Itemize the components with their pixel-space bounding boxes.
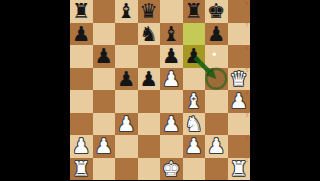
square-g3[interactable]	[205, 113, 228, 136]
black-pawn[interactable]: ♟	[183, 45, 206, 68]
square-f5[interactable]	[183, 68, 206, 91]
square-d6[interactable]	[138, 45, 161, 68]
square-g7[interactable]: ♟	[205, 23, 228, 46]
square-e2[interactable]	[160, 135, 183, 158]
square-a4[interactable]	[70, 90, 93, 113]
black-pawn[interactable]: ♟	[138, 68, 161, 91]
rank-coordinate-4: 4	[245, 91, 248, 96]
white-pawn[interactable]: ♟	[93, 135, 116, 158]
square-c6[interactable]	[115, 45, 138, 68]
square-b5[interactable]	[93, 68, 116, 91]
square-h4[interactable]: ♟4	[228, 90, 251, 113]
white-pawn[interactable]: ♟	[160, 113, 183, 136]
rank-coordinate-8: 8	[245, 1, 248, 6]
square-d4[interactable]	[138, 90, 161, 113]
black-pawn[interactable]: ♟	[93, 45, 116, 68]
rank-coordinate-7: 7	[245, 23, 248, 28]
square-e8[interactable]	[160, 0, 183, 23]
square-b6[interactable]: ♟	[93, 45, 116, 68]
square-f7[interactable]	[183, 23, 206, 46]
black-bishop[interactable]: ♝	[115, 0, 138, 23]
rank-coordinate-6: 6	[245, 46, 248, 51]
square-d3[interactable]	[138, 113, 161, 136]
black-bishop[interactable]: ♝	[160, 23, 183, 46]
white-king[interactable]: ♚	[160, 158, 183, 181]
black-queen[interactable]: ♛	[138, 0, 161, 23]
square-b7[interactable]	[93, 23, 116, 46]
black-rook[interactable]: ♜	[70, 0, 93, 23]
square-h5[interactable]: ♛5	[228, 68, 251, 91]
square-a1[interactable]: ♜	[70, 158, 93, 181]
square-e4[interactable]	[160, 90, 183, 113]
black-pawn[interactable]: ♟	[70, 23, 93, 46]
square-h7[interactable]: 7	[228, 23, 251, 46]
square-e6[interactable]: ♟	[160, 45, 183, 68]
chess-board: ♜♝♛♜♚8♟♞♝♟7♟♟♟6♟♟♟♛5♝♟4♟♟♞3♟♟♟♟2♜♚♜1	[70, 0, 250, 180]
square-e5[interactable]: ♟	[160, 68, 183, 91]
rank-coordinate-2: 2	[245, 136, 248, 141]
square-g8[interactable]: ♚	[205, 0, 228, 23]
black-king[interactable]: ♚	[205, 0, 228, 23]
square-b3[interactable]	[93, 113, 116, 136]
white-knight[interactable]: ♞	[183, 113, 206, 136]
square-f2[interactable]: ♟	[183, 135, 206, 158]
square-g6[interactable]	[205, 45, 228, 68]
square-c2[interactable]	[115, 135, 138, 158]
last-move-highlight-f7	[183, 23, 206, 46]
white-rook[interactable]: ♜	[70, 158, 93, 181]
square-g1[interactable]	[205, 158, 228, 181]
white-pawn[interactable]: ♟	[115, 113, 138, 136]
square-g2[interactable]: ♟	[205, 135, 228, 158]
square-a7[interactable]: ♟	[70, 23, 93, 46]
square-g4[interactable]	[205, 90, 228, 113]
white-pawn[interactable]: ♟	[70, 135, 93, 158]
rank-coordinate-1: 1	[245, 158, 248, 163]
square-h2[interactable]: 2	[228, 135, 251, 158]
square-f8[interactable]: ♜	[183, 0, 206, 23]
square-f6[interactable]: ♟	[183, 45, 206, 68]
square-h3[interactable]: 3	[228, 113, 251, 136]
square-c8[interactable]: ♝	[115, 0, 138, 23]
square-a8[interactable]: ♜	[70, 0, 93, 23]
square-c4[interactable]	[115, 90, 138, 113]
square-f1[interactable]	[183, 158, 206, 181]
square-b4[interactable]	[93, 90, 116, 113]
square-f3[interactable]: ♞	[183, 113, 206, 136]
black-knight[interactable]: ♞	[138, 23, 161, 46]
square-c1[interactable]	[115, 158, 138, 181]
square-h6[interactable]: 6	[228, 45, 251, 68]
square-b2[interactable]: ♟	[93, 135, 116, 158]
square-d2[interactable]	[138, 135, 161, 158]
square-c5[interactable]: ♟	[115, 68, 138, 91]
square-c7[interactable]	[115, 23, 138, 46]
square-a5[interactable]	[70, 68, 93, 91]
square-d5[interactable]: ♟	[138, 68, 161, 91]
square-g5[interactable]	[205, 68, 228, 91]
square-e7[interactable]: ♝	[160, 23, 183, 46]
black-pawn[interactable]: ♟	[115, 68, 138, 91]
square-b8[interactable]	[93, 0, 116, 23]
square-b1[interactable]	[93, 158, 116, 181]
square-h8[interactable]: 8	[228, 0, 251, 23]
rank-coordinate-5: 5	[245, 68, 248, 73]
square-d1[interactable]	[138, 158, 161, 181]
square-d8[interactable]: ♛	[138, 0, 161, 23]
black-rook[interactable]: ♜	[183, 0, 206, 23]
black-pawn[interactable]: ♟	[160, 45, 183, 68]
square-e1[interactable]: ♚	[160, 158, 183, 181]
black-pawn[interactable]: ♟	[205, 23, 228, 46]
white-bishop[interactable]: ♝	[183, 90, 206, 113]
square-d7[interactable]: ♞	[138, 23, 161, 46]
white-pawn[interactable]: ♟	[160, 68, 183, 91]
white-pawn[interactable]: ♟	[205, 135, 228, 158]
square-a3[interactable]	[70, 113, 93, 136]
square-f4[interactable]: ♝	[183, 90, 206, 113]
white-pawn[interactable]: ♟	[183, 135, 206, 158]
letterbox-stage: ♜♝♛♜♚8♟♞♝♟7♟♟♟6♟♟♟♛5♝♟4♟♟♞3♟♟♟♟2♜♚♜1	[0, 0, 320, 180]
square-a6[interactable]	[70, 45, 93, 68]
square-c3[interactable]: ♟	[115, 113, 138, 136]
square-a2[interactable]: ♟	[70, 135, 93, 158]
square-e3[interactable]: ♟	[160, 113, 183, 136]
square-h1[interactable]: ♜1	[228, 158, 251, 181]
rank-coordinate-3: 3	[245, 113, 248, 118]
